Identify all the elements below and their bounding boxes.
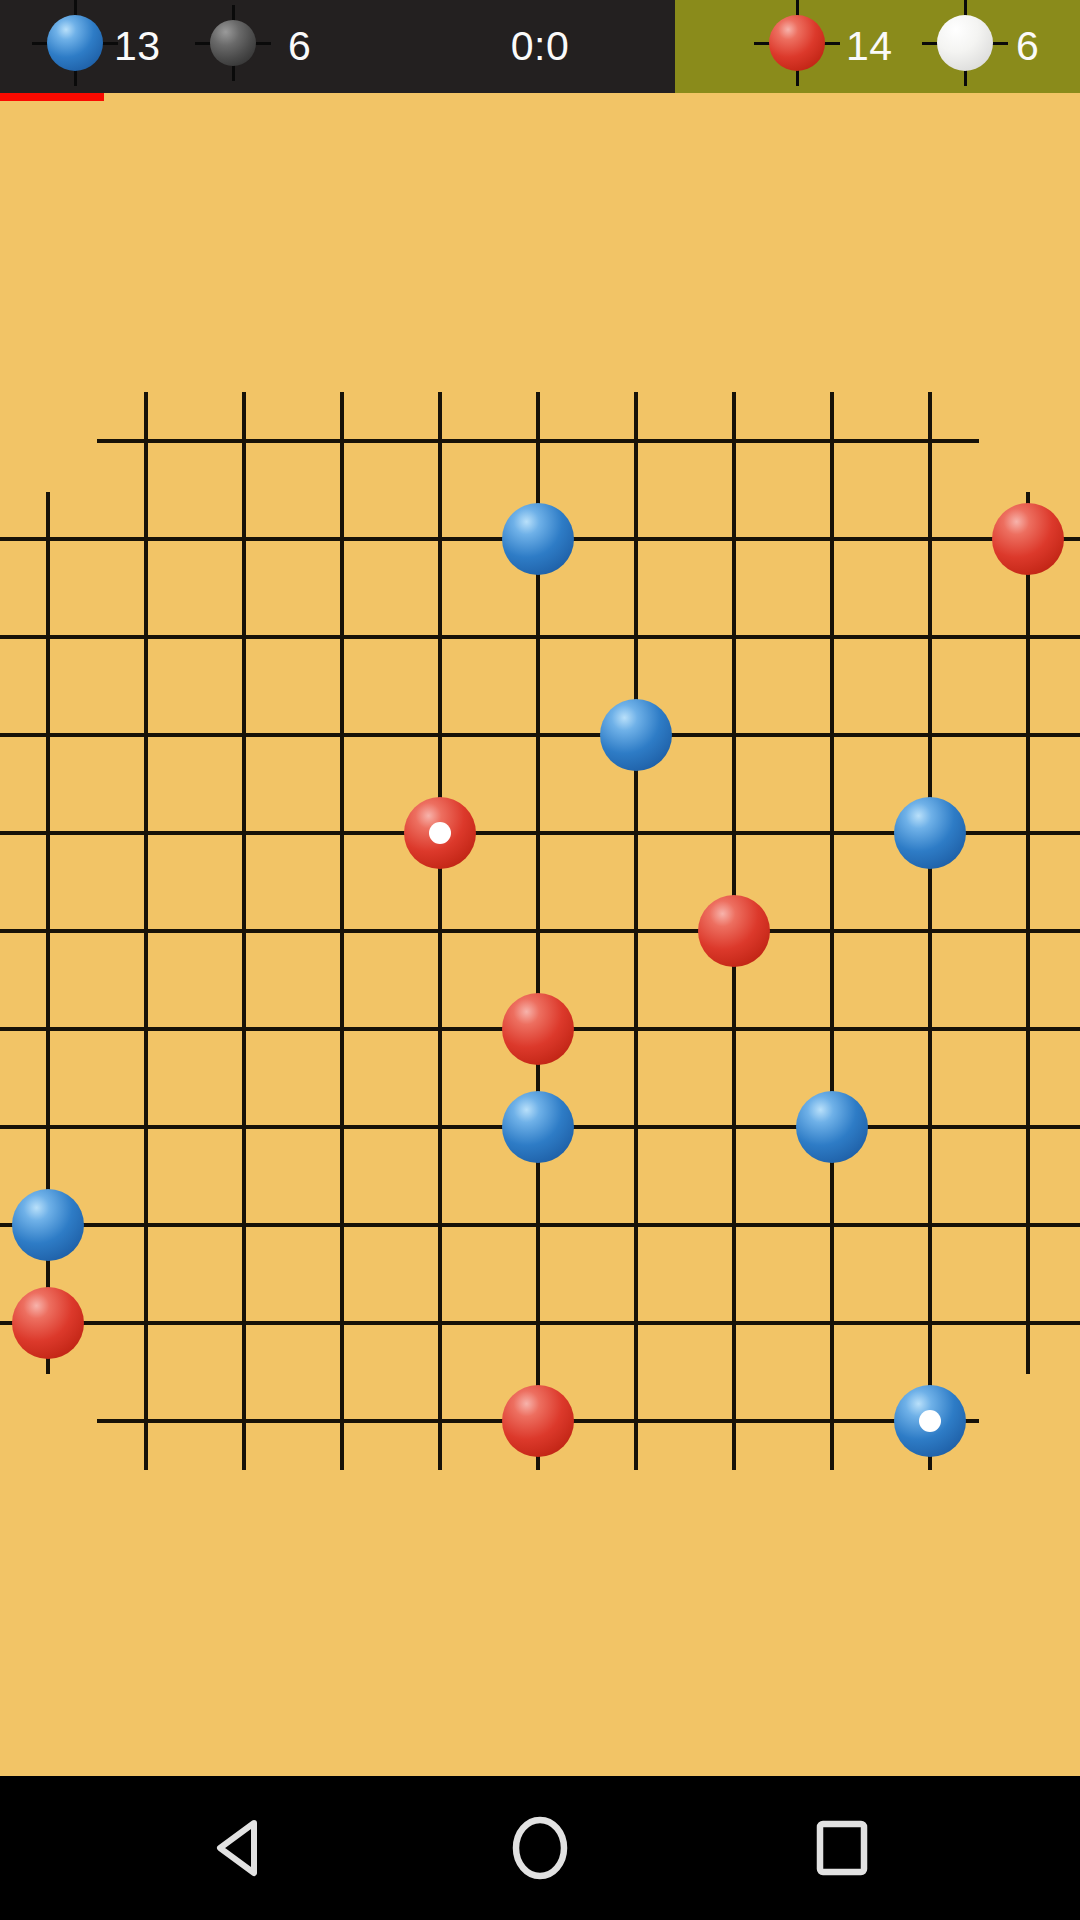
android-navbar	[0, 1776, 1080, 1920]
stone-blue-last-move	[881, 1372, 979, 1470]
back-icon[interactable]	[208, 1816, 272, 1880]
white-dot-on-intersection-icon	[937, 15, 993, 71]
last-move-marker	[919, 1410, 941, 1432]
blue-stone	[502, 1091, 574, 1163]
red-stone-glyph	[769, 15, 825, 71]
game-timer: 0:0	[490, 0, 590, 93]
red-stone	[404, 797, 476, 869]
red-stone	[502, 993, 574, 1065]
stone-blue	[489, 1078, 587, 1176]
stone-red	[489, 1372, 587, 1470]
stone-red	[685, 882, 783, 980]
app-screen: 13 6 0:0 14 6	[0, 0, 1080, 1920]
home-icon[interactable]	[508, 1816, 572, 1880]
stone-blue	[881, 784, 979, 882]
recents-icon[interactable]	[810, 1816, 874, 1880]
red-dot-on-intersection-icon	[769, 15, 825, 71]
black-count: 6	[288, 0, 311, 93]
black-stone-glyph	[210, 20, 256, 66]
stone-red	[979, 490, 1077, 588]
blue-stone	[894, 1385, 966, 1457]
stone-blue	[783, 1078, 881, 1176]
white-stone-glyph	[937, 15, 993, 71]
stone-blue	[0, 1176, 97, 1274]
blue-stone	[12, 1189, 84, 1261]
stones-grid	[0, 392, 1077, 1470]
blue-count: 13	[114, 0, 161, 93]
black-dot-on-intersection-icon	[210, 20, 256, 66]
stone-red	[0, 1274, 97, 1372]
blue-dot-on-intersection-icon	[47, 15, 103, 71]
red-stone	[12, 1287, 84, 1359]
blue-stone	[894, 797, 966, 869]
last-move-marker	[429, 822, 451, 844]
white-count: 6	[1016, 0, 1039, 93]
turn-progress-bar	[0, 93, 104, 101]
blue-stone	[600, 699, 672, 771]
red-count: 14	[846, 0, 893, 93]
stone-blue	[587, 686, 685, 784]
red-stone	[502, 1385, 574, 1457]
red-stone	[698, 895, 770, 967]
blue-stone-glyph	[47, 15, 103, 71]
stone-red	[489, 980, 587, 1078]
stone-blue	[489, 490, 587, 588]
red-stone	[992, 503, 1064, 575]
blue-stone	[796, 1091, 868, 1163]
blue-stone	[502, 503, 574, 575]
stone-red-last-move	[391, 784, 489, 882]
